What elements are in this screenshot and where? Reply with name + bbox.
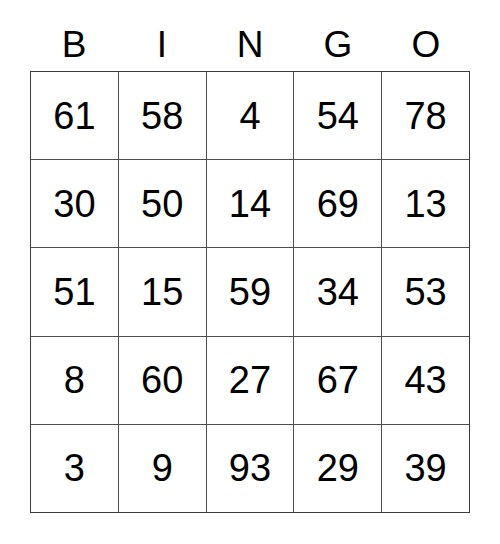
bingo-cell-r1c0: 30 (31, 160, 118, 247)
bingo-cell-r3c2: 27 (207, 337, 294, 424)
column-letter-B: B (30, 26, 118, 71)
bingo-card: BINGO 6158454783050146913511559345386027… (30, 0, 470, 513)
column-letter-N: N (206, 26, 294, 71)
bingo-cell-r3c1: 60 (119, 337, 206, 424)
bingo-cell-r1c2: 14 (207, 160, 294, 247)
column-letter-I: I (118, 26, 206, 71)
bingo-cell-r0c1: 58 (119, 72, 206, 159)
bingo-cell-r2c2: 59 (207, 248, 294, 335)
bingo-cell-r0c4: 78 (382, 72, 469, 159)
bingo-cell-r1c3: 69 (294, 160, 381, 247)
bingo-board: 6158454783050146913511559345386027674339… (30, 71, 470, 513)
bingo-cell-r2c0: 51 (31, 248, 118, 335)
bingo-cell-r0c2: 4 (207, 72, 294, 159)
bingo-cell-r4c0: 3 (31, 425, 118, 512)
bingo-cell-r4c2: 93 (207, 425, 294, 512)
bingo-cell-r4c4: 39 (382, 425, 469, 512)
column-letter-G: G (294, 26, 382, 71)
bingo-cell-r1c4: 13 (382, 160, 469, 247)
bingo-cell-r3c0: 8 (31, 337, 118, 424)
bingo-cell-r0c0: 61 (31, 72, 118, 159)
bingo-cell-r1c1: 50 (119, 160, 206, 247)
bingo-cell-r0c3: 54 (294, 72, 381, 159)
bingo-cell-r3c3: 67 (294, 337, 381, 424)
bingo-cell-r4c3: 29 (294, 425, 381, 512)
bingo-cell-r3c4: 43 (382, 337, 469, 424)
bingo-header-row: BINGO (30, 0, 470, 71)
bingo-cell-r2c1: 15 (119, 248, 206, 335)
column-letter-O: O (382, 26, 470, 71)
bingo-cell-r2c3: 34 (294, 248, 381, 335)
bingo-cell-r4c1: 9 (119, 425, 206, 512)
bingo-cell-r2c4: 53 (382, 248, 469, 335)
